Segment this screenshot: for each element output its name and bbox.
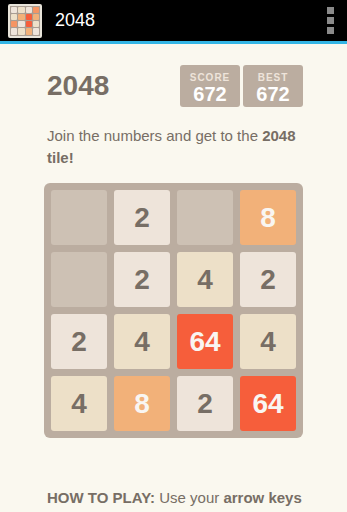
tile-4-r2c3: 4 [177, 252, 233, 307]
overflow-menu-icon[interactable] [322, 1, 339, 40]
app-icon-tile-14 [18, 28, 24, 34]
tile-8-r1c4: 8 [240, 190, 296, 245]
score-label: SCORE [180, 72, 240, 83]
tile-64-r3c3: 64 [177, 314, 233, 369]
empty-cell-r1c1 [51, 190, 107, 245]
tile-4-r3c2: 4 [114, 314, 170, 369]
action-bar-title: 2048 [55, 10, 95, 31]
best-box: BEST 672 [243, 65, 303, 107]
tile-2-r2c2: 2 [114, 252, 170, 307]
app-icon-tile-10 [18, 21, 24, 27]
how-to-play-text: HOW TO PLAY: Use your arrow keys to move… [44, 487, 303, 512]
tile-2-r3c1: 2 [51, 314, 107, 369]
app-icon-tile-2 [18, 7, 24, 13]
app-icon-tile-7 [26, 14, 32, 20]
intro-text: Join the numbers and get to the 2048 til… [44, 125, 303, 169]
empty-cell-r1c3 [177, 190, 233, 245]
app-icon-tile-6 [18, 14, 24, 20]
tile-4-r3c4: 4 [240, 314, 296, 369]
tile-2-r4c3: 2 [177, 376, 233, 431]
game-board[interactable]: 282422464448264 [44, 183, 303, 438]
app-icon-tile-9 [11, 21, 17, 27]
howto-bold-keys: arrow keys [223, 489, 301, 506]
app-icon-tile-13 [11, 28, 17, 34]
app-icon-tile-4 [33, 7, 39, 13]
tile-2-r1c2: 2 [114, 190, 170, 245]
best-value: 672 [243, 83, 303, 105]
intro-text-normal: Join the numbers and get to the [47, 127, 262, 144]
action-bar: 2048 [0, 0, 347, 41]
app-icon-tile-5 [11, 14, 17, 20]
header-row: 2048 SCORE 672 BEST 672 [44, 63, 303, 109]
score-value: 672 [180, 83, 240, 105]
app-icon-tile-16 [33, 28, 39, 34]
tile-4-r4c1: 4 [51, 376, 107, 431]
game-page: 2048 SCORE 672 BEST 672 Join the numbers… [0, 63, 347, 512]
app-icon-tile-12 [33, 21, 39, 27]
empty-cell-r2c1 [51, 252, 107, 307]
app-icon [8, 4, 42, 38]
page-title: 2048 [44, 70, 109, 102]
tile-8-r4c2: 8 [114, 376, 170, 431]
screen: 2048 2048 SCORE 672 BEST 672 Join the nu… [0, 0, 347, 512]
app-icon-tile-3 [26, 7, 32, 13]
score-box: SCORE 672 [180, 65, 240, 107]
tile-2-r2c4: 2 [240, 252, 296, 307]
scores-container: SCORE 672 BEST 672 [180, 65, 303, 107]
app-icon-tile-15 [26, 28, 32, 34]
howto-text-1: Use your [155, 489, 223, 506]
app-icon-tile-11 [26, 21, 32, 27]
app-icon-tile-8 [33, 14, 39, 20]
best-label: BEST [243, 72, 303, 83]
howto-bold-intro: HOW TO PLAY: [47, 489, 155, 506]
app-icon-tile-1 [11, 7, 17, 13]
tile-64-r4c4: 64 [240, 376, 296, 431]
action-bar-accent-line [0, 41, 347, 44]
